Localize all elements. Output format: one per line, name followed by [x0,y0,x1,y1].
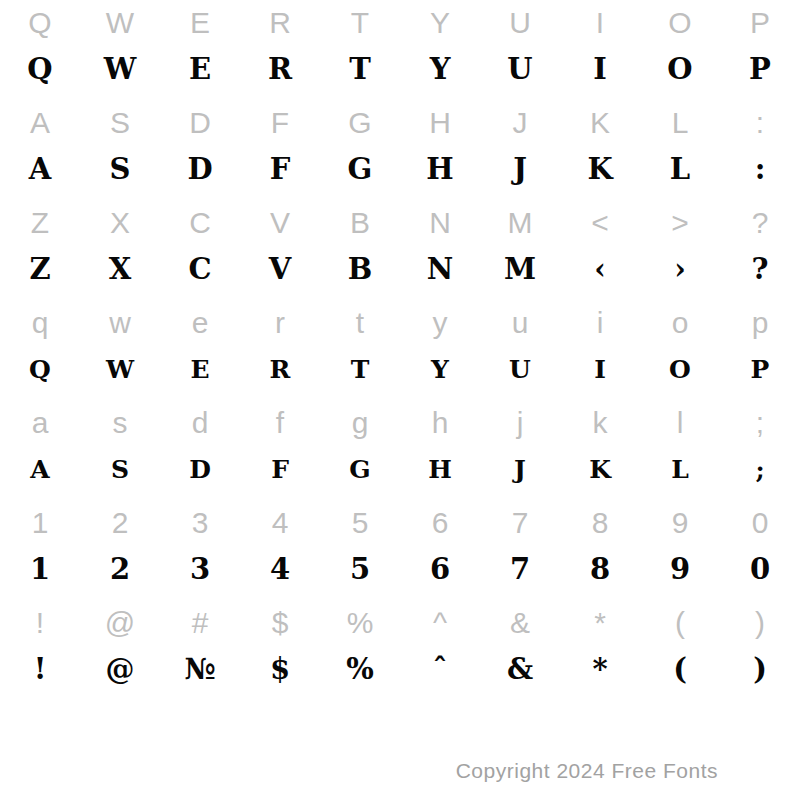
glyph-cell-r4-c5: G [320,142,400,196]
glyph-cell-r14-c10: ) [720,642,800,696]
glyph-cell-r6-c7: M [480,242,560,296]
glyph-cell-r5-c6: N [400,200,480,246]
glyph-cell-r2-c2: W [80,42,160,96]
glyph-cell-r2-c1: Q [0,42,80,96]
glyph-cell-r8-c5: T [320,342,400,396]
char-row-14-specimen: !@№$%ˆ&*() [0,646,800,700]
glyph-cell-r7-c9: o [640,300,720,346]
glyph-cell-r7-c7: u [480,300,560,346]
glyph-cell-r11-c7: 7 [480,500,560,546]
glyph-cell-r11-c9: 9 [640,500,720,546]
glyph-cell-r6-c2: X [80,242,160,296]
copyright-text: Copyright 2024 Free Fonts [456,759,718,783]
char-row-1-reference: QWERTYUIOP [0,0,800,46]
glyph-cell-r14-c7: & [480,642,560,696]
glyph-cell-r11-c5: 5 [320,500,400,546]
glyph-cell-r11-c1: 1 [0,500,80,546]
glyph-cell-r14-c2: @ [80,642,160,696]
glyph-cell-r1-c10: P [720,0,800,46]
glyph-cell-r9-c9: l [640,400,720,446]
glyph-cell-r1-c8: I [560,0,640,46]
glyph-cell-r6-c10: ? [720,242,800,296]
glyph-cell-r11-c8: 8 [560,500,640,546]
glyph-cell-r5-c8: < [560,200,640,246]
glyph-cell-r8-c2: W [80,342,160,396]
glyph-cell-r5-c10: ? [720,200,800,246]
glyph-cell-r11-c3: 3 [160,500,240,546]
glyph-cell-r4-c3: D [160,142,240,196]
glyph-cell-r2-c9: O [640,42,720,96]
glyph-cell-r9-c2: s [80,400,160,446]
glyph-cell-r9-c10: ; [720,400,800,446]
glyph-cell-r8-c6: Y [400,342,480,396]
glyph-cell-r3-c4: F [240,100,320,146]
glyph-cell-r2-c5: T [320,42,400,96]
glyph-cell-r5-c3: C [160,200,240,246]
glyph-cell-r12-c7: 7 [480,542,560,596]
glyph-cell-r8-c1: Q [0,342,80,396]
font-specimen-sheet: QWERTYUIOPQWERTYUIOPASDFGHJKL:ASDFGHJKL:… [0,0,800,800]
glyph-cell-r6-c8: ‹ [560,242,640,296]
char-row-13-reference: !@#$%^&*() [0,600,800,646]
char-row-6-specimen: ZXCVBNM‹›? [0,246,800,300]
glyph-cell-r13-c5: % [320,600,400,646]
glyph-cell-r9-c8: k [560,400,640,446]
glyph-cell-r9-c6: h [400,400,480,446]
char-row-3-reference: ASDFGHJKL: [0,100,800,146]
glyph-cell-r1-c9: O [640,0,720,46]
glyph-cell-r3-c2: S [80,100,160,146]
glyph-cell-r2-c3: E [160,42,240,96]
glyph-cell-r8-c8: I [560,342,640,396]
glyph-cell-r8-c10: P [720,342,800,396]
glyph-cell-r12-c2: 2 [80,542,160,596]
glyph-cell-r8-c4: R [240,342,320,396]
glyph-cell-r7-c5: t [320,300,400,346]
char-row-9-reference: asdfghjkl; [0,400,800,446]
char-row-11-reference: 1234567890 [0,500,800,546]
glyph-cell-r7-c2: w [80,300,160,346]
glyph-cell-r5-c5: B [320,200,400,246]
glyph-cell-r2-c4: R [240,42,320,96]
glyph-cell-r12-c9: 9 [640,542,720,596]
glyph-cell-r13-c8: * [560,600,640,646]
glyph-cell-r6-c3: C [160,242,240,296]
glyph-cell-r2-c6: Y [400,42,480,96]
glyph-cell-r7-c10: p [720,300,800,346]
glyph-cell-r4-c10: : [720,142,800,196]
glyph-cell-r13-c2: @ [80,600,160,646]
glyph-cell-r1-c2: W [80,0,160,46]
glyph-cell-r7-c6: y [400,300,480,346]
glyph-cell-r1-c5: T [320,0,400,46]
glyph-cell-r9-c3: d [160,400,240,446]
glyph-cell-r7-c4: r [240,300,320,346]
glyph-cell-r3-c6: H [400,100,480,146]
glyph-cell-r11-c6: 6 [400,500,480,546]
glyph-cell-r12-c10: 0 [720,542,800,596]
glyph-cell-r11-c10: 0 [720,500,800,546]
glyph-cell-r10-c8: K [560,442,640,496]
glyph-cell-r11-c2: 2 [80,500,160,546]
glyph-cell-r12-c6: 6 [400,542,480,596]
char-row-2-specimen: QWERTYUIOP [0,46,800,100]
glyph-cell-r3-c1: A [0,100,80,146]
glyph-cell-r13-c6: ^ [400,600,480,646]
glyph-cell-r10-c9: L [640,442,720,496]
character-grid: QWERTYUIOPQWERTYUIOPASDFGHJKL:ASDFGHJKL:… [0,0,800,700]
char-row-4-specimen: ASDFGHJKL: [0,146,800,200]
glyph-cell-r3-c10: : [720,100,800,146]
glyph-cell-r4-c2: S [80,142,160,196]
glyph-cell-r13-c7: & [480,600,560,646]
glyph-cell-r9-c5: g [320,400,400,446]
glyph-cell-r13-c9: ( [640,600,720,646]
glyph-cell-r2-c10: P [720,42,800,96]
glyph-cell-r10-c7: J [480,442,560,496]
glyph-cell-r2-c7: U [480,42,560,96]
glyph-cell-r4-c9: L [640,142,720,196]
glyph-cell-r6-c6: N [400,242,480,296]
glyph-cell-r6-c4: V [240,242,320,296]
glyph-cell-r3-c3: D [160,100,240,146]
glyph-cell-r9-c4: f [240,400,320,446]
glyph-cell-r13-c1: ! [0,600,80,646]
glyph-cell-r5-c4: V [240,200,320,246]
glyph-cell-r1-c1: Q [0,0,80,46]
glyph-cell-r3-c9: L [640,100,720,146]
char-row-8-specimen-small: QWERTYUIOP [0,346,800,400]
glyph-cell-r3-c7: J [480,100,560,146]
glyph-cell-r10-c5: G [320,442,400,496]
glyph-cell-r14-c6: ˆ [400,642,480,696]
glyph-cell-r5-c2: X [80,200,160,246]
glyph-cell-r13-c4: $ [240,600,320,646]
glyph-cell-r12-c5: 5 [320,542,400,596]
glyph-cell-r10-c3: D [160,442,240,496]
glyph-cell-r4-c8: K [560,142,640,196]
glyph-cell-r13-c3: # [160,600,240,646]
glyph-cell-r7-c8: i [560,300,640,346]
glyph-cell-r12-c3: 3 [160,542,240,596]
glyph-cell-r10-c6: H [400,442,480,496]
char-row-5-reference: ZXCVBNM<>? [0,200,800,246]
glyph-cell-r1-c7: U [480,0,560,46]
glyph-cell-r6-c1: Z [0,242,80,296]
glyph-cell-r10-c4: F [240,442,320,496]
glyph-cell-r14-c1: ! [0,642,80,696]
glyph-cell-r14-c9: ( [640,642,720,696]
glyph-cell-r5-c1: Z [0,200,80,246]
glyph-cell-r5-c7: M [480,200,560,246]
glyph-cell-r12-c1: 1 [0,542,80,596]
glyph-cell-r10-c2: S [80,442,160,496]
glyph-cell-r6-c5: B [320,242,400,296]
glyph-cell-r4-c7: J [480,142,560,196]
glyph-cell-r7-c3: e [160,300,240,346]
glyph-cell-r14-c3: № [160,642,240,696]
glyph-cell-r13-c10: ) [720,600,800,646]
glyph-cell-r8-c3: E [160,342,240,396]
glyph-cell-r4-c1: A [0,142,80,196]
glyph-cell-r8-c7: U [480,342,560,396]
glyph-cell-r14-c5: % [320,642,400,696]
glyph-cell-r3-c5: G [320,100,400,146]
glyph-cell-r1-c3: E [160,0,240,46]
char-row-12-specimen: 1234567890 [0,546,800,600]
glyph-cell-r10-c10: ; [720,442,800,496]
glyph-cell-r11-c4: 4 [240,500,320,546]
glyph-cell-r2-c8: I [560,42,640,96]
glyph-cell-r12-c4: 4 [240,542,320,596]
glyph-cell-r1-c4: R [240,0,320,46]
glyph-cell-r14-c8: * [560,642,640,696]
glyph-cell-r6-c9: › [640,242,720,296]
glyph-cell-r14-c4: $ [240,642,320,696]
glyph-cell-r4-c4: F [240,142,320,196]
glyph-cell-r9-c1: a [0,400,80,446]
glyph-cell-r8-c9: O [640,342,720,396]
char-row-7-reference: qwertyuiop [0,300,800,346]
char-row-10-specimen-small: ASDFGHJKL; [0,446,800,500]
glyph-cell-r4-c6: H [400,142,480,196]
glyph-cell-r12-c8: 8 [560,542,640,596]
glyph-cell-r1-c6: Y [400,0,480,46]
glyph-cell-r10-c1: A [0,442,80,496]
glyph-cell-r5-c9: > [640,200,720,246]
glyph-cell-r9-c7: j [480,400,560,446]
glyph-cell-r7-c1: q [0,300,80,346]
glyph-cell-r3-c8: K [560,100,640,146]
